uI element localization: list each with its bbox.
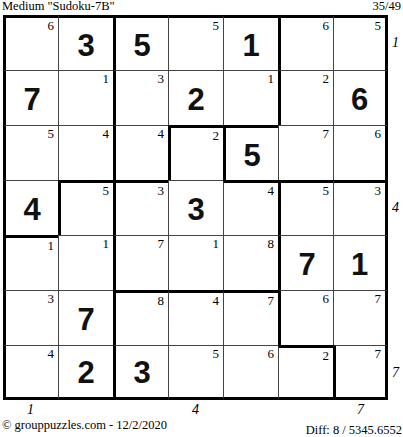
puzzle-title: Medium "Sudoku-7B" [2, 0, 115, 13]
cell-r1c7[interactable]: 5 [333, 15, 388, 70]
cell-value: 5 [243, 140, 260, 171]
corner-mark: 2 [323, 72, 330, 86]
cell-r4c1[interactable]: 4 [3, 180, 58, 235]
corner-mark: 3 [375, 184, 382, 198]
copyright-text: © grouppuzzles.com - 12/2/2020 [2, 418, 167, 433]
corner-mark: 1 [268, 72, 275, 86]
cell-r4c2[interactable]: 5 [58, 180, 113, 235]
corner-mark: 6 [323, 19, 330, 33]
cell-r1c6[interactable]: 6 [278, 15, 333, 70]
cell-r7c6[interactable]: 2 [278, 345, 333, 400]
cell-r6c1[interactable]: 3 [3, 290, 58, 345]
corner-mark: 7 [268, 294, 275, 308]
corner-mark: 4 [213, 294, 220, 308]
cell-r2c4[interactable]: 2 [168, 70, 223, 125]
cell-r1c3[interactable]: 5 [113, 15, 168, 70]
cell-value: 2 [77, 357, 94, 388]
corner-mark: 7 [323, 127, 330, 141]
corner-mark: 1 [48, 239, 55, 253]
cell-r2c2[interactable]: 1 [58, 70, 113, 125]
cell-r1c4[interactable]: 5 [168, 15, 223, 70]
cell-r5c3[interactable]: 7 [113, 235, 168, 290]
sudoku-page: { "game": "jigsaw-sudoku-7x7 (grouppuzzl… [0, 0, 403, 437]
cell-r6c4[interactable]: 4 [168, 290, 223, 345]
cell-r5c4[interactable]: 1 [168, 235, 223, 290]
corner-mark: 3 [158, 72, 165, 86]
corner-mark: 1 [103, 72, 110, 86]
cell-value: 1 [351, 249, 368, 280]
cell-r1c2[interactable]: 3 [58, 15, 113, 70]
cell-r5c1[interactable]: 1 [3, 235, 58, 290]
corner-mark: 5 [213, 347, 220, 361]
corner-mark: 4 [103, 127, 110, 141]
cell-value: 5 [133, 30, 150, 61]
corner-mark: 1 [213, 237, 220, 251]
cell-r7c4[interactable]: 5 [168, 345, 223, 400]
corner-mark: 4 [48, 347, 55, 361]
row-label-4: 4 [392, 200, 399, 216]
cell-r3c6[interactable]: 7 [278, 125, 333, 180]
cell-r7c2[interactable]: 2 [58, 345, 113, 400]
corner-mark: 4 [268, 184, 275, 198]
cell-r6c5[interactable]: 7 [223, 290, 278, 345]
cell-r3c2[interactable]: 4 [58, 125, 113, 180]
cell-r3c5[interactable]: 5 [223, 125, 278, 180]
corner-mark: 8 [268, 237, 275, 251]
cell-value: 7 [77, 304, 94, 335]
corner-mark: 7 [375, 347, 382, 361]
progress-counter: 35/49 [373, 0, 401, 13]
corner-mark: 2 [323, 349, 330, 363]
row-label-1: 1 [392, 35, 399, 51]
cell-r2c6[interactable]: 2 [278, 70, 333, 125]
cell-r4c4[interactable]: 3 [168, 180, 223, 235]
corner-mark: 4 [158, 127, 165, 141]
cell-r2c3[interactable]: 3 [113, 70, 168, 125]
cell-r2c7[interactable]: 6 [333, 70, 388, 125]
corner-mark: 5 [375, 19, 382, 33]
cell-value: 4 [23, 194, 40, 225]
corner-mark: 7 [375, 292, 382, 306]
cell-r4c7[interactable]: 3 [333, 180, 388, 235]
corner-mark: 3 [48, 292, 55, 306]
difficulty-text: Diff: 8 / 5345.6552 [306, 423, 402, 437]
corner-mark: 6 [268, 347, 275, 361]
col-label-7: 7 [357, 402, 364, 418]
cell-r6c2[interactable]: 7 [58, 290, 113, 345]
cell-r7c5[interactable]: 6 [223, 345, 278, 400]
cell-r5c2[interactable]: 1 [58, 235, 113, 290]
row-label-7: 7 [392, 365, 399, 381]
corner-mark: 1 [103, 237, 110, 251]
corner-mark: 5 [48, 127, 55, 141]
cell-r4c3[interactable]: 3 [113, 180, 168, 235]
cell-r1c1[interactable]: 6 [3, 15, 58, 70]
cell-r4c6[interactable]: 5 [278, 180, 333, 235]
cell-value: 3 [77, 30, 94, 61]
corner-mark: 3 [158, 184, 165, 198]
title-bar: Medium "Sudoku-7B" 35/49 [2, 0, 401, 14]
cell-r3c1[interactable]: 5 [3, 125, 58, 180]
cell-r5c7[interactable]: 1 [333, 235, 388, 290]
cell-value: 1 [242, 30, 259, 61]
cell-r5c6[interactable]: 7 [278, 235, 333, 290]
cell-r2c5[interactable]: 1 [223, 70, 278, 125]
cell-value: 2 [187, 84, 204, 115]
corner-mark: 8 [158, 294, 165, 308]
cell-r1c5[interactable]: 1 [223, 15, 278, 70]
corner-mark: 5 [103, 184, 110, 198]
cell-value: 6 [351, 84, 368, 115]
cell-value: 7 [298, 249, 315, 280]
cell-r3c4[interactable]: 2 [168, 125, 223, 180]
corner-mark: 5 [213, 19, 220, 33]
col-label-1: 1 [27, 402, 34, 418]
corner-mark: 5 [323, 184, 330, 198]
cell-r7c7[interactable]: 7 [333, 345, 388, 400]
corner-mark: 6 [323, 292, 330, 306]
col-label-4: 4 [192, 402, 199, 418]
cell-value: 3 [133, 357, 150, 388]
corner-mark: 7 [158, 237, 165, 251]
cell-r6c7[interactable]: 7 [333, 290, 388, 345]
cell-r6c3[interactable]: 8 [113, 290, 168, 345]
sudoku-board: 6355165713212654425764533453117187137847… [3, 15, 388, 400]
corner-mark: 2 [213, 129, 220, 143]
corner-mark: 6 [375, 127, 382, 141]
cell-r7c1[interactable]: 4 [3, 345, 58, 400]
cell-r3c7[interactable]: 6 [333, 125, 388, 180]
cell-r5c5[interactable]: 8 [223, 235, 278, 290]
cell-r6c6[interactable]: 6 [278, 290, 333, 345]
corner-mark: 6 [48, 19, 55, 33]
cell-value: 7 [23, 84, 40, 115]
cell-r2c1[interactable]: 7 [3, 70, 58, 125]
cell-r3c3[interactable]: 4 [113, 125, 168, 180]
cell-r4c5[interactable]: 4 [223, 180, 278, 235]
cell-value: 3 [187, 194, 204, 225]
cell-r7c3[interactable]: 3 [113, 345, 168, 400]
